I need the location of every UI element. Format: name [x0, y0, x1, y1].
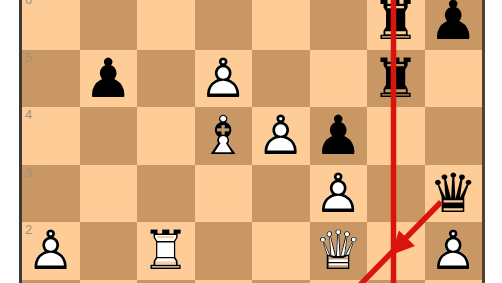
square-a4[interactable]: 4	[22, 107, 80, 165]
square-b6[interactable]	[80, 0, 138, 50]
rank-label-2: 2	[25, 223, 32, 236]
square-h3[interactable]: ♛	[425, 165, 483, 223]
square-h6[interactable]: ♟	[425, 0, 483, 50]
white-piece-outline: ♙	[310, 165, 368, 223]
square-h5[interactable]	[425, 50, 483, 108]
square-d1[interactable]	[195, 280, 253, 283]
piece-black-pawn-b5[interactable]: ♟	[80, 50, 138, 108]
chessboard-screenshot: 6♜♟5♟♟♙♜4♝♗♟♙♟3♟♙♛2♟♙♜♖♛♕♟♙	[0, 0, 502, 283]
square-d5[interactable]: ♟♙	[195, 50, 253, 108]
piece-white-queen-f2[interactable]: ♛♕	[310, 222, 368, 280]
square-a6[interactable]: 6	[22, 0, 80, 50]
black-piece-glyph: ♟	[80, 50, 138, 108]
square-e1[interactable]	[252, 280, 310, 283]
square-d6[interactable]	[195, 0, 253, 50]
square-b5[interactable]: ♟	[80, 50, 138, 108]
piece-black-pawn-h6[interactable]: ♟	[425, 0, 483, 50]
white-piece-outline: ♕	[310, 222, 368, 280]
square-c2[interactable]: ♜♖	[137, 222, 195, 280]
square-c5[interactable]	[137, 50, 195, 108]
square-b3[interactable]	[80, 165, 138, 223]
square-h2[interactable]: ♟♙	[425, 222, 483, 280]
rank-label-4: 4	[25, 108, 32, 121]
square-e5[interactable]	[252, 50, 310, 108]
piece-black-rook-g6[interactable]: ♜	[367, 0, 425, 50]
rank-label-5: 5	[25, 51, 32, 64]
square-b1[interactable]	[80, 280, 138, 283]
square-f4[interactable]: ♟	[310, 107, 368, 165]
black-piece-glyph: ♟	[425, 0, 483, 50]
square-d4[interactable]: ♝♗	[195, 107, 253, 165]
square-f5[interactable]	[310, 50, 368, 108]
piece-white-bishop-d4[interactable]: ♝♗	[195, 107, 253, 165]
square-d2[interactable]	[195, 222, 253, 280]
piece-white-pawn-d5[interactable]: ♟♙	[195, 50, 253, 108]
square-e4[interactable]: ♟♙	[252, 107, 310, 165]
rank-label-3: 3	[25, 166, 32, 179]
square-c3[interactable]	[137, 165, 195, 223]
square-g5[interactable]: ♜	[367, 50, 425, 108]
square-e6[interactable]	[252, 0, 310, 50]
square-e2[interactable]	[252, 222, 310, 280]
square-c4[interactable]	[137, 107, 195, 165]
square-e3[interactable]	[252, 165, 310, 223]
white-piece-outline: ♗	[195, 107, 253, 165]
white-piece-outline: ♙	[425, 222, 483, 280]
white-piece-outline: ♖	[137, 222, 195, 280]
piece-white-pawn-f3[interactable]: ♟♙	[310, 165, 368, 223]
square-g2[interactable]	[367, 222, 425, 280]
square-g1[interactable]	[367, 280, 425, 283]
square-a3[interactable]: 3	[22, 165, 80, 223]
square-f6[interactable]	[310, 0, 368, 50]
piece-white-pawn-e4[interactable]: ♟♙	[252, 107, 310, 165]
square-f2[interactable]: ♛♕	[310, 222, 368, 280]
black-piece-glyph: ♛	[425, 165, 483, 223]
white-piece-outline: ♙	[195, 50, 253, 108]
black-piece-glyph: ♜	[367, 0, 425, 50]
white-piece-outline: ♙	[252, 107, 310, 165]
square-a2[interactable]: 2♟♙	[22, 222, 80, 280]
piece-black-pawn-f4[interactable]: ♟	[310, 107, 368, 165]
piece-black-rook-g5[interactable]: ♜	[367, 50, 425, 108]
square-g4[interactable]	[367, 107, 425, 165]
square-g3[interactable]	[367, 165, 425, 223]
square-b4[interactable]	[80, 107, 138, 165]
rank-label-6: 6	[25, 0, 32, 6]
square-c6[interactable]	[137, 0, 195, 50]
square-a5[interactable]: 5	[22, 50, 80, 108]
piece-black-queen-h3[interactable]: ♛	[425, 165, 483, 223]
square-h4[interactable]	[425, 107, 483, 165]
square-g6[interactable]: ♜	[367, 0, 425, 50]
square-b2[interactable]	[80, 222, 138, 280]
square-f3[interactable]: ♟♙	[310, 165, 368, 223]
black-piece-glyph: ♟	[310, 107, 368, 165]
piece-white-pawn-h2[interactable]: ♟♙	[425, 222, 483, 280]
square-d3[interactable]	[195, 165, 253, 223]
piece-white-rook-c2[interactable]: ♜♖	[137, 222, 195, 280]
black-piece-glyph: ♜	[367, 50, 425, 108]
chess-board: 6♜♟5♟♟♙♜4♝♗♟♙♟3♟♙♛2♟♙♜♖♛♕♟♙	[19, 0, 485, 283]
